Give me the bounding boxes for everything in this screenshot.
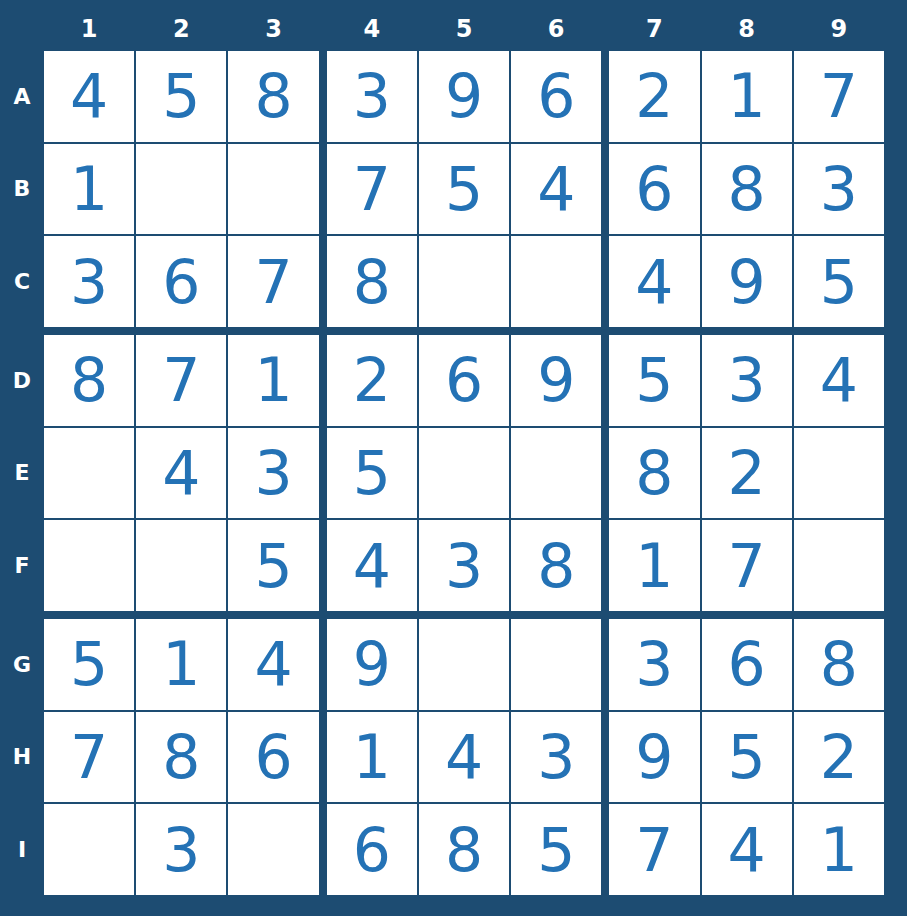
cell-E6[interactable] [511, 428, 601, 519]
col-label-4: 4 [327, 0, 417, 51]
cell-I7[interactable]: 7 [609, 804, 699, 895]
cell-D3[interactable]: 1 [228, 335, 318, 426]
cell-D7[interactable]: 5 [609, 335, 699, 426]
cell-G7[interactable]: 3 [609, 619, 699, 710]
cell-C2[interactable]: 6 [136, 236, 226, 327]
row-label-A: A [0, 51, 44, 142]
cell-F9[interactable] [794, 520, 884, 611]
cell-B7[interactable]: 6 [609, 144, 699, 235]
cell-C6[interactable] [511, 236, 601, 327]
row-label-F: F [0, 520, 44, 611]
cell-E7[interactable]: 8 [609, 428, 699, 519]
cell-B8[interactable]: 8 [702, 144, 792, 235]
cell-E1[interactable] [44, 428, 134, 519]
cell-H5[interactable]: 4 [419, 712, 509, 803]
cell-A6[interactable]: 6 [511, 51, 601, 142]
cell-B9[interactable]: 3 [794, 144, 884, 235]
row-labels: ABCDEFGHI [0, 51, 44, 895]
cell-G9[interactable]: 8 [794, 619, 884, 710]
cell-I6[interactable]: 5 [511, 804, 601, 895]
cell-C3[interactable]: 7 [228, 236, 318, 327]
cell-G6[interactable] [511, 619, 601, 710]
cell-B1[interactable]: 1 [44, 144, 134, 235]
cell-H8[interactable]: 5 [702, 712, 792, 803]
cell-H7[interactable]: 9 [609, 712, 699, 803]
col-label-9: 9 [794, 0, 884, 51]
cell-F8[interactable]: 7 [702, 520, 792, 611]
cell-G3[interactable]: 4 [228, 619, 318, 710]
cell-H2[interactable]: 8 [136, 712, 226, 803]
cell-G5[interactable] [419, 619, 509, 710]
cell-A1[interactable]: 4 [44, 51, 134, 142]
row-label-C: C [0, 236, 44, 327]
cell-E9[interactable] [794, 428, 884, 519]
cell-B4[interactable]: 7 [327, 144, 417, 235]
cell-A8[interactable]: 1 [702, 51, 792, 142]
cell-I2[interactable]: 3 [136, 804, 226, 895]
cell-G1[interactable]: 5 [44, 619, 134, 710]
row-label-D: D [0, 335, 44, 426]
cell-G4[interactable]: 9 [327, 619, 417, 710]
cell-B6[interactable]: 4 [511, 144, 601, 235]
cell-I4[interactable]: 6 [327, 804, 417, 895]
column-labels: 123456789 [44, 0, 884, 51]
cell-A9[interactable]: 7 [794, 51, 884, 142]
cell-F3[interactable]: 5 [228, 520, 318, 611]
cell-F2[interactable] [136, 520, 226, 611]
cell-B3[interactable] [228, 144, 318, 235]
cell-F7[interactable]: 1 [609, 520, 699, 611]
cell-A5[interactable]: 9 [419, 51, 509, 142]
cell-I8[interactable]: 4 [702, 804, 792, 895]
cell-E5[interactable] [419, 428, 509, 519]
col-label-1: 1 [44, 0, 134, 51]
cell-C9[interactable]: 5 [794, 236, 884, 327]
col-label-6: 6 [511, 0, 601, 51]
sudoku-page: 123456789 ABCDEFGHI 45839621717546833678… [0, 0, 907, 916]
cell-C5[interactable] [419, 236, 509, 327]
cell-F4[interactable]: 4 [327, 520, 417, 611]
cell-F5[interactable]: 3 [419, 520, 509, 611]
col-label-5: 5 [419, 0, 509, 51]
cell-D9[interactable]: 4 [794, 335, 884, 426]
cell-C1[interactable]: 3 [44, 236, 134, 327]
cell-G8[interactable]: 6 [702, 619, 792, 710]
cell-D5[interactable]: 6 [419, 335, 509, 426]
cell-F1[interactable] [44, 520, 134, 611]
cell-C8[interactable]: 9 [702, 236, 792, 327]
cell-I3[interactable] [228, 804, 318, 895]
cell-D8[interactable]: 3 [702, 335, 792, 426]
cell-D6[interactable]: 9 [511, 335, 601, 426]
col-label-7: 7 [609, 0, 699, 51]
cell-D2[interactable]: 7 [136, 335, 226, 426]
cell-C4[interactable]: 8 [327, 236, 417, 327]
cell-F6[interactable]: 8 [511, 520, 601, 611]
cell-H3[interactable]: 6 [228, 712, 318, 803]
cell-H1[interactable]: 7 [44, 712, 134, 803]
cell-E8[interactable]: 2 [702, 428, 792, 519]
cell-H9[interactable]: 2 [794, 712, 884, 803]
col-label-3: 3 [228, 0, 318, 51]
cell-D1[interactable]: 8 [44, 335, 134, 426]
cell-A4[interactable]: 3 [327, 51, 417, 142]
row-label-H: H [0, 712, 44, 803]
col-label-8: 8 [702, 0, 792, 51]
cell-I5[interactable]: 8 [419, 804, 509, 895]
cell-C7[interactable]: 4 [609, 236, 699, 327]
cell-A3[interactable]: 8 [228, 51, 318, 142]
row-label-G: G [0, 619, 44, 710]
cell-I9[interactable]: 1 [794, 804, 884, 895]
cell-A2[interactable]: 5 [136, 51, 226, 142]
cell-B5[interactable]: 5 [419, 144, 509, 235]
cell-D4[interactable]: 2 [327, 335, 417, 426]
cell-B2[interactable] [136, 144, 226, 235]
cell-G2[interactable]: 1 [136, 619, 226, 710]
cell-H4[interactable]: 1 [327, 712, 417, 803]
cell-E2[interactable]: 4 [136, 428, 226, 519]
row-label-I: I [0, 804, 44, 895]
sudoku-board: 4583962171754683367849587126953443582543… [44, 51, 884, 895]
row-label-B: B [0, 144, 44, 235]
cell-E4[interactable]: 5 [327, 428, 417, 519]
cell-A7[interactable]: 2 [609, 51, 699, 142]
row-label-E: E [0, 428, 44, 519]
cell-E3[interactable]: 3 [228, 428, 318, 519]
col-label-2: 2 [136, 0, 226, 51]
cell-I1[interactable] [44, 804, 134, 895]
cell-H6[interactable]: 3 [511, 712, 601, 803]
